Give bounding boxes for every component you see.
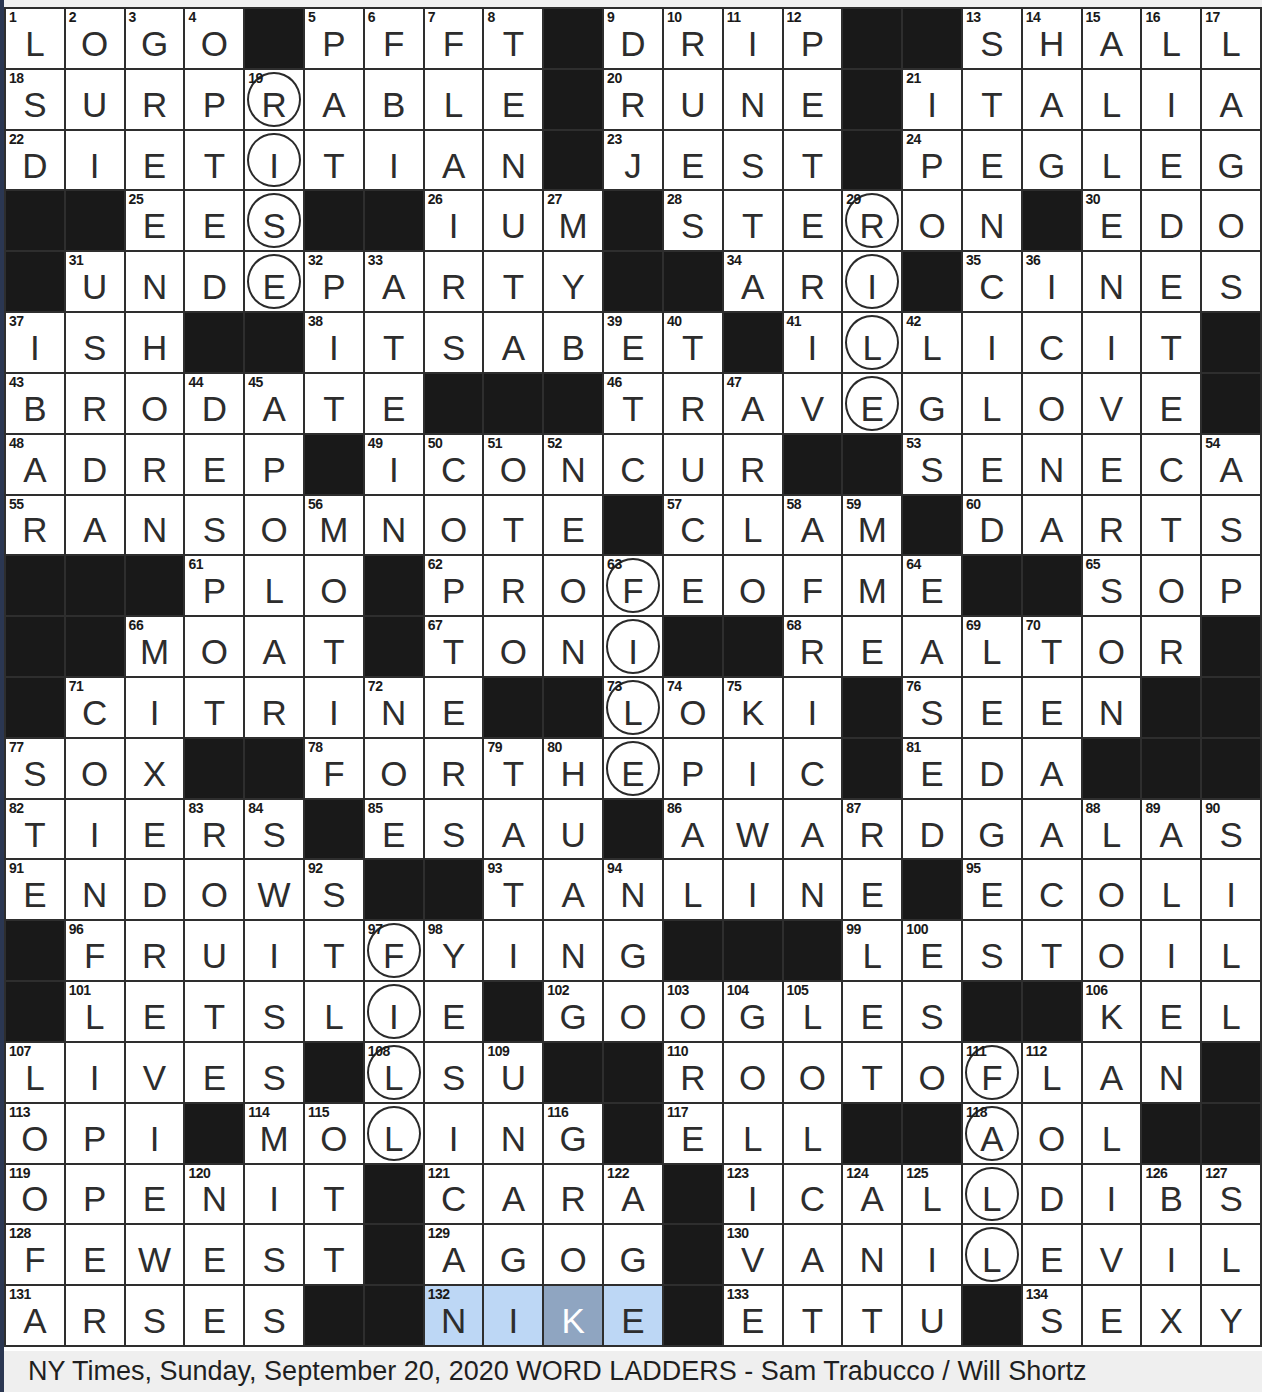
grid-cell[interactable]: 121C [425,1165,483,1224]
grid-cell[interactable]: T [843,1286,901,1345]
grid-cell[interactable]: 62P [425,556,483,615]
grid-cell[interactable]: 68R [784,617,842,676]
grid-cell[interactable]: 40T [664,313,722,372]
grid-cell[interactable]: 13S [963,9,1021,68]
grid-cell[interactable]: E [1142,982,1200,1041]
grid-cell[interactable]: O [185,860,243,919]
grid-cell[interactable]: 22D [6,131,64,190]
grid-cell[interactable]: T [843,1043,901,1102]
grid-cell[interactable]: 11I [724,9,782,68]
grid-cell[interactable]: T [185,982,243,1041]
grid-cell[interactable]: T [1142,496,1200,555]
grid-cell[interactable]: G [903,374,961,433]
grid-cell[interactable]: 37I [6,313,64,372]
grid-cell[interactable]: T [305,617,363,676]
grid-cell[interactable]: 128F [6,1225,64,1284]
grid-cell[interactable]: T [1142,313,1200,372]
grid-cell[interactable]: N [724,70,782,129]
grid-cell[interactable]: T [305,921,363,980]
grid-cell[interactable]: 9D [604,9,662,68]
grid-cell[interactable]: L [724,496,782,555]
grid-cell[interactable]: I [66,1043,124,1102]
grid-cell[interactable]: C [784,739,842,798]
grid-cell[interactable]: B [365,70,423,129]
grid-cell[interactable]: L [724,1104,782,1163]
grid-cell[interactable]: C [784,1165,842,1224]
grid-cell[interactable]: E [66,1225,124,1284]
grid-cell[interactable]: O [305,556,363,615]
grid-cell[interactable]: 89A [1142,800,1200,859]
grid-cell[interactable]: E [425,678,483,737]
grid-cell[interactable]: O [604,982,662,1041]
grid-cell[interactable]: G [1023,131,1081,190]
grid-cell[interactable]: E [843,617,901,676]
grid-cell[interactable]: E [843,860,901,919]
grid-cell[interactable]: 82T [6,800,64,859]
grid-cell[interactable]: E [126,1165,184,1224]
grid-cell[interactable]: L [305,982,363,1041]
grid-cell[interactable]: E [126,982,184,1041]
grid-cell[interactable]: 58A [784,496,842,555]
grid-cell[interactable]: D [126,860,184,919]
grid-cell[interactable]: C [1142,435,1200,494]
grid-cell[interactable]: D [963,739,1021,798]
grid-cell[interactable]: E [1142,131,1200,190]
grid-cell[interactable]: O [1202,191,1260,250]
grid-cell[interactable]: 72N [365,678,423,737]
grid-cell[interactable]: 70T [1023,617,1081,676]
grid-cell[interactable]: 33A [365,252,423,311]
grid-cell[interactable]: S [245,1225,303,1284]
grid-cell[interactable]: 134S [1023,1286,1081,1345]
grid-cell[interactable]: O [903,1043,961,1102]
grid-cell[interactable]: N [365,496,423,555]
grid-cell[interactable]: 38I [305,313,363,372]
grid-cell[interactable]: E [664,556,722,615]
grid-cell[interactable]: 102G [544,982,602,1041]
grid-cell[interactable]: W [724,800,782,859]
grid-cell[interactable]: 85E [365,800,423,859]
grid-cell[interactable]: E [1142,374,1200,433]
grid-cell[interactable]: 56M [305,496,363,555]
grid-cell[interactable]: S [425,800,483,859]
grid-cell[interactable]: E [126,131,184,190]
grid-cell[interactable]: P [245,435,303,494]
grid-cell[interactable]: 60D [963,496,1021,555]
grid-cell[interactable]: O [1083,860,1141,919]
grid-cell[interactable]: I [126,1104,184,1163]
grid-cell[interactable]: E [604,1286,662,1345]
grid-cell[interactable]: 6F [365,9,423,68]
grid-cell[interactable]: E [963,435,1021,494]
grid-cell[interactable]: I [1142,1225,1200,1284]
grid-cell[interactable]: E [1083,435,1141,494]
grid-cell[interactable]: 46T [604,374,662,433]
grid-cell[interactable]: 44D [185,374,243,433]
grid-cell[interactable]: R [664,374,722,433]
grid-cell[interactable]: V [784,374,842,433]
grid-cell[interactable]: E [126,800,184,859]
grid-cell[interactable]: 42L [903,313,961,372]
grid-cell[interactable]: 122A [604,1165,662,1224]
grid-cell[interactable]: O [126,374,184,433]
grid-cell[interactable]: T [963,70,1021,129]
grid-cell[interactable]: 19R [245,70,303,129]
grid-cell[interactable]: D [1023,1165,1081,1224]
grid-cell[interactable]: S [245,1043,303,1102]
grid-cell[interactable]: 130V [724,1225,782,1284]
grid-cell[interactable]: I [1142,70,1200,129]
grid-cell[interactable]: E [185,1286,243,1345]
grid-cell[interactable]: I [963,313,1021,372]
grid-cell[interactable]: T [484,496,542,555]
grid-cell[interactable]: 39E [604,313,662,372]
grid-cell[interactable]: A [903,617,961,676]
grid-cell[interactable]: 29R [843,191,901,250]
grid-cell[interactable]: R [66,1286,124,1345]
grid-cell[interactable]: 90S [1202,800,1260,859]
grid-cell[interactable]: 100E [903,921,961,980]
grid-cell[interactable]: S [425,1043,483,1102]
grid-cell[interactable]: G [1202,131,1260,190]
grid-cell[interactable]: 31U [66,252,124,311]
grid-cell[interactable]: 24P [903,131,961,190]
grid-cell[interactable]: E [185,1043,243,1102]
grid-cell[interactable]: 4O [185,9,243,68]
grid-cell[interactable]: 3G [126,9,184,68]
grid-cell[interactable]: 71C [66,678,124,737]
grid-cell[interactable]: 53S [903,435,961,494]
grid-cell[interactable]: U [484,191,542,250]
grid-cell[interactable]: R [66,374,124,433]
grid-cell[interactable]: 129A [425,1225,483,1284]
grid-cell[interactable]: 116G [544,1104,602,1163]
grid-cell[interactable]: O [66,739,124,798]
grid-cell[interactable]: 7F [425,9,483,68]
grid-cell[interactable]: Y [544,252,602,311]
grid-cell[interactable]: 84S [245,800,303,859]
grid-cell[interactable]: D [1142,191,1200,250]
grid-cell[interactable]: L [1083,70,1141,129]
grid-cell[interactable]: 92S [305,860,363,919]
grid-cell[interactable]: 86A [664,800,722,859]
grid-cell[interactable]: R [245,678,303,737]
grid-cell[interactable]: R [126,70,184,129]
grid-cell[interactable]: O [544,1225,602,1284]
grid-cell[interactable]: S [724,131,782,190]
grid-cell[interactable]: 132N [425,1286,483,1345]
grid-cell[interactable]: 5P [305,9,363,68]
grid-cell[interactable]: L [963,1165,1021,1224]
grid-cell[interactable]: I [843,252,901,311]
grid-cell[interactable]: I [66,800,124,859]
grid-cell[interactable]: T [305,1225,363,1284]
grid-cell[interactable]: S [126,1286,184,1345]
grid-cell[interactable]: 123I [724,1165,782,1224]
grid-cell[interactable]: 73L [604,678,662,737]
grid-cell[interactable]: I [903,1225,961,1284]
grid-cell[interactable]: R [724,435,782,494]
grid-cell[interactable]: 83R [185,800,243,859]
grid-cell[interactable]: 94N [604,860,662,919]
grid-cell[interactable]: 36I [1023,252,1081,311]
grid-cell[interactable]: G [604,1225,662,1284]
grid-cell[interactable]: 26I [425,191,483,250]
grid-cell[interactable]: 41I [784,313,842,372]
grid-cell[interactable]: A [305,70,363,129]
grid-cell[interactable]: S [963,921,1021,980]
grid-cell[interactable]: 114M [245,1104,303,1163]
grid-cell[interactable]: 1L [6,9,64,68]
grid-cell[interactable]: 103O [664,982,722,1041]
grid-cell[interactable]: N [843,1225,901,1284]
grid-cell[interactable]: 66M [126,617,184,676]
grid-cell[interactable]: A [484,313,542,372]
grid-cell[interactable]: A [1083,1043,1141,1102]
grid-cell[interactable]: L [1142,860,1200,919]
grid-cell[interactable]: E [544,496,602,555]
grid-cell[interactable]: 51O [484,435,542,494]
grid-cell[interactable]: S [245,191,303,250]
grid-cell[interactable]: I [425,1104,483,1163]
grid-cell[interactable]: E [843,374,901,433]
grid-cell[interactable]: 112L [1023,1043,1081,1102]
grid-cell[interactable]: M [843,556,901,615]
grid-cell[interactable]: N [1023,435,1081,494]
grid-cell[interactable]: 14H [1023,9,1081,68]
grid-cell[interactable]: A [1202,70,1260,129]
grid-cell[interactable]: W [126,1225,184,1284]
grid-cell[interactable]: L [1083,1104,1141,1163]
grid-cell[interactable]: A [784,1225,842,1284]
grid-cell[interactable]: T [185,131,243,190]
grid-cell[interactable]: C [1023,860,1081,919]
grid-cell[interactable]: O [425,496,483,555]
grid-cell[interactable]: 95E [963,860,1021,919]
grid-cell[interactable]: E [664,131,722,190]
grid-cell[interactable]: 76S [903,678,961,737]
grid-cell[interactable]: O [1142,556,1200,615]
grid-cell[interactable]: S [245,1286,303,1345]
grid-cell[interactable]: I [484,1286,542,1345]
grid-cell[interactable]: I [365,131,423,190]
grid-cell[interactable]: N [484,131,542,190]
grid-cell[interactable]: R [1142,617,1200,676]
grid-cell[interactable]: 23J [604,131,662,190]
grid-cell[interactable]: 105L [784,982,842,1041]
grid-cell[interactable]: X [1142,1286,1200,1345]
grid-cell[interactable]: 43B [6,374,64,433]
grid-cell[interactable]: U [544,800,602,859]
grid-cell[interactable]: 115O [305,1104,363,1163]
grid-cell[interactable]: 2O [66,9,124,68]
grid-cell[interactable]: P [1202,556,1260,615]
grid-cell[interactable]: L [1202,982,1260,1041]
grid-cell[interactable]: D [185,252,243,311]
grid-cell[interactable]: E [484,70,542,129]
grid-cell[interactable]: I [784,678,842,737]
grid-cell[interactable]: R [1083,496,1141,555]
grid-cell[interactable]: G [484,1225,542,1284]
grid-cell[interactable]: G [604,921,662,980]
grid-cell[interactable]: S [1202,496,1260,555]
grid-cell[interactable]: 63F [604,556,662,615]
grid-cell[interactable]: 113O [6,1104,64,1163]
grid-cell[interactable]: L [365,1104,423,1163]
grid-cell[interactable]: A [1023,70,1081,129]
grid-cell[interactable]: D [66,435,124,494]
grid-cell[interactable]: 61P [185,556,243,615]
grid-cell[interactable]: N [1083,252,1141,311]
grid-cell[interactable]: V [1083,1225,1141,1284]
grid-cell[interactable]: S [1202,252,1260,311]
grid-cell[interactable]: T [305,374,363,433]
grid-cell[interactable]: R [484,556,542,615]
grid-cell[interactable]: E [784,191,842,250]
grid-cell[interactable]: L [1202,1225,1260,1284]
grid-cell[interactable]: 17L [1202,9,1260,68]
grid-cell[interactable]: 25E [126,191,184,250]
grid-cell[interactable]: 8T [484,9,542,68]
grid-cell[interactable]: 78F [305,739,363,798]
grid-cell[interactable]: F [784,556,842,615]
grid-cell[interactable]: E [843,982,901,1041]
grid-cell[interactable]: P [664,739,722,798]
grid-cell[interactable]: U [664,435,722,494]
grid-cell[interactable]: S [425,313,483,372]
grid-cell[interactable]: P [185,70,243,129]
grid-cell[interactable]: 57C [664,496,722,555]
grid-cell[interactable]: O [724,556,782,615]
grid-cell[interactable]: 55R [6,496,64,555]
grid-cell[interactable]: A [784,800,842,859]
grid-cell[interactable]: I [1142,921,1200,980]
grid-cell[interactable]: U [185,921,243,980]
grid-cell[interactable]: L [963,374,1021,433]
grid-cell[interactable]: S [903,982,961,1041]
grid-cell[interactable]: N [544,921,602,980]
grid-cell[interactable]: 118A [963,1104,1021,1163]
grid-cell[interactable]: L [1083,131,1141,190]
grid-cell[interactable]: 120N [185,1165,243,1224]
grid-cell[interactable]: T [305,1165,363,1224]
grid-cell[interactable]: 16L [1142,9,1200,68]
grid-cell[interactable]: N [784,860,842,919]
grid-cell[interactable]: 96F [66,921,124,980]
grid-cell[interactable]: 34A [724,252,782,311]
grid-cell[interactable]: E [365,374,423,433]
grid-cell[interactable]: T [784,1286,842,1345]
grid-cell[interactable]: 77S [6,739,64,798]
grid-cell[interactable]: 106K [1083,982,1141,1041]
grid-cell[interactable]: I [1083,1165,1141,1224]
grid-cell[interactable]: L [245,556,303,615]
grid-cell[interactable]: A [484,1165,542,1224]
grid-cell[interactable]: N [963,191,1021,250]
grid-cell[interactable]: R [544,1165,602,1224]
grid-cell[interactable]: L [843,313,901,372]
grid-cell[interactable]: 52N [544,435,602,494]
grid-cell[interactable]: O [903,191,961,250]
grid-cell[interactable]: A [66,496,124,555]
grid-cell[interactable]: E [1023,1225,1081,1284]
grid-cell[interactable]: 109U [484,1043,542,1102]
grid-cell[interactable]: A [1023,739,1081,798]
grid-cell[interactable]: I [245,1165,303,1224]
grid-cell[interactable]: E [1023,678,1081,737]
grid-cell[interactable]: E [604,739,662,798]
grid-cell[interactable]: E [185,435,243,494]
grid-cell[interactable]: I [724,860,782,919]
grid-cell[interactable]: 30E [1083,191,1141,250]
grid-cell[interactable]: 28S [664,191,722,250]
grid-cell[interactable]: E [245,252,303,311]
grid-cell[interactable]: 35C [963,252,1021,311]
grid-cell[interactable]: W [245,860,303,919]
grid-cell[interactable]: R [425,252,483,311]
grid-cell[interactable]: 79T [484,739,542,798]
grid-cell[interactable]: O [245,496,303,555]
grid-cell[interactable]: I [484,921,542,980]
grid-cell[interactable]: N [126,496,184,555]
grid-cell[interactable]: A [1023,496,1081,555]
grid-cell[interactable]: 65S [1083,556,1141,615]
grid-cell[interactable]: S [185,496,243,555]
grid-cell[interactable]: 119O [6,1165,64,1224]
grid-cell[interactable]: O [1023,1104,1081,1163]
grid-cell[interactable]: 20R [604,70,662,129]
grid-cell[interactable]: 124A [843,1165,901,1224]
grid-cell[interactable]: L [784,1104,842,1163]
grid-cell[interactable]: 48A [6,435,64,494]
grid-cell[interactable]: T [784,131,842,190]
grid-cell[interactable]: O [784,1043,842,1102]
grid-cell[interactable]: N [484,1104,542,1163]
grid-cell[interactable]: 126B [1142,1165,1200,1224]
grid-cell[interactable]: A [544,860,602,919]
grid-cell[interactable]: G [963,800,1021,859]
grid-cell[interactable]: O [544,556,602,615]
grid-cell[interactable]: O [1083,921,1141,980]
grid-cell[interactable]: 104G [724,982,782,1041]
grid-cell[interactable]: 27M [544,191,602,250]
grid-cell[interactable]: S [66,313,124,372]
grid-cell[interactable]: N [544,617,602,676]
grid-cell[interactable]: O [1023,374,1081,433]
grid-cell[interactable]: U [664,70,722,129]
grid-cell[interactable]: E [963,678,1021,737]
grid-cell[interactable]: V [126,1043,184,1102]
grid-cell[interactable]: O [1083,617,1141,676]
grid-cell[interactable]: E [1083,1286,1141,1345]
grid-cell[interactable]: 21I [903,70,961,129]
grid-cell[interactable]: L [1202,921,1260,980]
grid-cell[interactable]: 81E [903,739,961,798]
grid-cell[interactable]: 10R [664,9,722,68]
grid-cell[interactable]: 107L [6,1043,64,1102]
grid-cell[interactable]: T [724,191,782,250]
grid-cell[interactable]: I [66,131,124,190]
grid-cell[interactable]: A [484,800,542,859]
grid-cell[interactable]: E [425,982,483,1041]
grid-cell[interactable]: I [126,678,184,737]
grid-cell[interactable]: I [724,739,782,798]
grid-cell[interactable]: 74O [664,678,722,737]
grid-cell[interactable]: C [1023,313,1081,372]
grid-cell[interactable]: P [66,1165,124,1224]
grid-cell[interactable]: I [245,131,303,190]
grid-cell[interactable]: O [724,1043,782,1102]
